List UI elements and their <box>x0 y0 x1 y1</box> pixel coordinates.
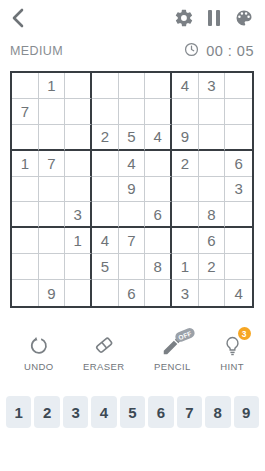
cell-r5c5[interactable]: 9 <box>119 177 146 203</box>
cell-r8c6[interactable]: 8 <box>145 254 172 280</box>
cell-r9c2[interactable]: 9 <box>39 280 66 306</box>
numpad-key-9[interactable]: 9 <box>234 396 259 428</box>
pencil-off-badge: OFF <box>174 327 196 344</box>
eraser-icon <box>92 333 116 357</box>
cell-r5c4[interactable] <box>92 177 119 203</box>
cell-r2c3[interactable] <box>65 99 92 125</box>
cell-r9c5[interactable]: 6 <box>119 280 146 306</box>
cell-r4c1[interactable]: 1 <box>12 151 39 177</box>
cell-r4c3[interactable] <box>65 151 92 177</box>
cell-r9c9[interactable]: 4 <box>225 280 252 306</box>
cell-r6c5[interactable] <box>119 202 146 228</box>
cell-r5c9[interactable]: 3 <box>225 177 252 203</box>
cell-r4c9[interactable]: 6 <box>225 151 252 177</box>
cell-r8c9[interactable] <box>225 254 252 280</box>
pencil-label: PENCIL <box>154 361 191 372</box>
hint-button[interactable]: 3 HINT <box>220 333 244 372</box>
settings-button[interactable] <box>174 8 194 31</box>
cell-r3c5[interactable]: 5 <box>119 125 146 151</box>
cell-r8c5[interactable] <box>119 254 146 280</box>
cell-r4c8[interactable] <box>199 151 226 177</box>
chevron-left-icon <box>10 8 26 31</box>
cell-r4c6[interactable] <box>145 151 172 177</box>
eraser-label: ERASER <box>83 361 124 372</box>
cell-r1c1[interactable] <box>12 73 39 99</box>
numpad-key-5[interactable]: 5 <box>120 396 145 428</box>
cell-r9c8[interactable] <box>199 280 226 306</box>
cell-r7c4[interactable]: 4 <box>92 228 119 254</box>
cell-r5c7[interactable] <box>172 177 199 203</box>
cell-r2c4[interactable] <box>92 99 119 125</box>
cell-r7c3[interactable]: 1 <box>65 228 92 254</box>
difficulty-label: MEDIUM <box>10 44 63 58</box>
cell-r3c2[interactable] <box>39 125 66 151</box>
pause-button[interactable] <box>207 9 221 30</box>
cell-r2c2[interactable] <box>39 99 66 125</box>
cell-r9c3[interactable] <box>65 280 92 306</box>
cell-r8c4[interactable]: 5 <box>92 254 119 280</box>
cell-r8c1[interactable] <box>12 254 39 280</box>
cell-r5c6[interactable] <box>145 177 172 203</box>
eraser-button[interactable]: ERASER <box>83 333 124 372</box>
cell-r6c7[interactable] <box>172 202 199 228</box>
bulb-icon: 3 <box>221 333 244 357</box>
cell-r3c7[interactable]: 9 <box>172 125 199 151</box>
numpad-key-1[interactable]: 1 <box>6 396 31 428</box>
cell-r2c7[interactable] <box>172 99 199 125</box>
cell-r1c6[interactable] <box>145 73 172 99</box>
cell-r5c8[interactable] <box>199 177 226 203</box>
status-row: MEDIUM 00 : 05 <box>0 43 265 59</box>
cell-r2c5[interactable] <box>119 99 146 125</box>
pencil-icon: OFF <box>161 333 183 357</box>
cell-r1c5[interactable] <box>119 73 146 99</box>
gear-icon <box>174 8 194 31</box>
hint-label: HINT <box>220 361 244 372</box>
cell-r8c8[interactable]: 2 <box>199 254 226 280</box>
cell-r2c1[interactable]: 7 <box>12 99 39 125</box>
undo-icon <box>27 333 50 357</box>
cell-r3c3[interactable] <box>65 125 92 151</box>
cell-r6c4[interactable] <box>92 202 119 228</box>
cell-r8c2[interactable] <box>39 254 66 280</box>
cell-r4c7[interactable]: 2 <box>172 151 199 177</box>
cell-r6c9[interactable] <box>225 202 252 228</box>
cell-r5c3[interactable] <box>65 177 92 203</box>
numpad-key-2[interactable]: 2 <box>34 396 59 428</box>
theme-button[interactable] <box>234 8 254 31</box>
cell-r5c1[interactable] <box>12 177 39 203</box>
cell-r7c5[interactable]: 7 <box>119 228 146 254</box>
cell-r8c7[interactable]: 1 <box>172 254 199 280</box>
cell-r7c8[interactable]: 6 <box>199 228 226 254</box>
cell-r3c4[interactable]: 2 <box>92 125 119 151</box>
hint-count-badge: 3 <box>238 327 251 340</box>
cell-r1c4[interactable] <box>92 73 119 99</box>
cell-r9c6[interactable] <box>145 280 172 306</box>
cell-r6c2[interactable] <box>39 202 66 228</box>
cell-r7c7[interactable] <box>172 228 199 254</box>
undo-label: UNDO <box>24 361 54 372</box>
cell-r7c9[interactable] <box>225 228 252 254</box>
cell-r9c4[interactable] <box>92 280 119 306</box>
cell-r6c3[interactable]: 3 <box>65 202 92 228</box>
cell-r2c8[interactable] <box>199 99 226 125</box>
pause-icon <box>207 9 221 30</box>
cell-r3c9[interactable] <box>225 125 252 151</box>
numpad-key-4[interactable]: 4 <box>91 396 116 428</box>
cell-r7c2[interactable] <box>39 228 66 254</box>
pencil-button[interactable]: OFF PENCIL <box>154 333 191 372</box>
clock-icon <box>184 42 199 61</box>
back-button[interactable] <box>10 8 26 31</box>
cell-r7c6[interactable] <box>145 228 172 254</box>
numpad-key-8[interactable]: 8 <box>205 396 230 428</box>
cell-r1c7[interactable]: 4 <box>172 73 199 99</box>
cell-r9c7[interactable]: 3 <box>172 280 199 306</box>
sudoku-grid: 143725491742693368147658129634 <box>10 71 254 308</box>
palette-icon <box>234 8 254 31</box>
cell-r6c6[interactable]: 6 <box>145 202 172 228</box>
cell-r3c6[interactable]: 4 <box>145 125 172 151</box>
cell-r9c1[interactable] <box>12 280 39 306</box>
cell-r4c5[interactable]: 4 <box>119 151 146 177</box>
timer-value: 00 : 05 <box>206 43 254 59</box>
cell-r2c6[interactable] <box>145 99 172 125</box>
cell-r1c8[interactable]: 3 <box>199 73 226 99</box>
cell-r1c2[interactable]: 1 <box>39 73 66 99</box>
number-pad: 1 2 3 4 5 6 7 8 9 <box>0 396 265 428</box>
cell-r4c4[interactable] <box>92 151 119 177</box>
toolbar: UNDO ERASER OFF PENCIL 3 HINT <box>0 333 265 372</box>
undo-button[interactable]: UNDO <box>24 333 54 372</box>
cell-r4c2[interactable]: 7 <box>39 151 66 177</box>
cell-r7c1[interactable] <box>12 228 39 254</box>
cell-r8c3[interactable] <box>65 254 92 280</box>
cell-r6c8[interactable]: 8 <box>199 202 226 228</box>
cell-r3c1[interactable] <box>12 125 39 151</box>
cell-r2c9[interactable] <box>225 99 252 125</box>
cell-r3c8[interactable] <box>199 125 226 151</box>
cell-r5c2[interactable] <box>39 177 66 203</box>
top-bar <box>0 0 265 29</box>
numpad-key-7[interactable]: 7 <box>177 396 202 428</box>
cell-r6c1[interactable] <box>12 202 39 228</box>
numpad-key-3[interactable]: 3 <box>63 396 88 428</box>
numpad-key-6[interactable]: 6 <box>148 396 173 428</box>
cell-r1c3[interactable] <box>65 73 92 99</box>
cell-r1c9[interactable] <box>225 73 252 99</box>
